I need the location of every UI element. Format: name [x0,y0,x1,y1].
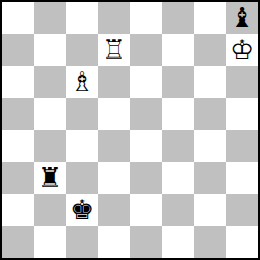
square-d6[interactable] [98,66,130,98]
white-king-piece[interactable]: ♔ [230,34,254,66]
white-bishop-piece[interactable]: ♗ [70,66,94,98]
square-c6[interactable]: ♗ [66,66,98,98]
black-rook-piece[interactable]: ♜ [38,162,62,194]
square-b2[interactable] [34,194,66,226]
square-g3[interactable] [194,162,226,194]
square-b5[interactable] [34,98,66,130]
square-e3[interactable] [130,162,162,194]
square-f3[interactable] [162,162,194,194]
square-d4[interactable] [98,130,130,162]
square-e4[interactable] [130,130,162,162]
square-a6[interactable] [2,66,34,98]
chess-board: ♝♖♔♗♜♚ [0,0,260,260]
square-d7[interactable]: ♖ [98,34,130,66]
square-f7[interactable] [162,34,194,66]
square-c1[interactable] [66,226,98,258]
square-b8[interactable] [34,2,66,34]
square-c4[interactable] [66,130,98,162]
square-e8[interactable] [130,2,162,34]
black-king-piece[interactable]: ♚ [70,194,94,226]
square-g7[interactable] [194,34,226,66]
square-b3[interactable]: ♜ [34,162,66,194]
square-c3[interactable] [66,162,98,194]
square-h4[interactable] [226,130,258,162]
square-e5[interactable] [130,98,162,130]
square-e2[interactable] [130,194,162,226]
square-d8[interactable] [98,2,130,34]
square-d1[interactable] [98,226,130,258]
square-h8[interactable]: ♝ [226,2,258,34]
square-a3[interactable] [2,162,34,194]
square-f6[interactable] [162,66,194,98]
square-a8[interactable] [2,2,34,34]
square-g1[interactable] [194,226,226,258]
square-a4[interactable] [2,130,34,162]
square-b7[interactable] [34,34,66,66]
square-d5[interactable] [98,98,130,130]
square-f4[interactable] [162,130,194,162]
square-f1[interactable] [162,226,194,258]
square-h6[interactable] [226,66,258,98]
square-g8[interactable] [194,2,226,34]
square-c2[interactable]: ♚ [66,194,98,226]
square-h5[interactable] [226,98,258,130]
square-a1[interactable] [2,226,34,258]
square-d2[interactable] [98,194,130,226]
square-c5[interactable] [66,98,98,130]
square-g5[interactable] [194,98,226,130]
square-b1[interactable] [34,226,66,258]
square-a5[interactable] [2,98,34,130]
square-g6[interactable] [194,66,226,98]
white-rook-piece[interactable]: ♖ [102,34,126,66]
square-f8[interactable] [162,2,194,34]
square-e6[interactable] [130,66,162,98]
black-bishop-piece[interactable]: ♝ [230,2,254,34]
square-c8[interactable] [66,2,98,34]
square-f2[interactable] [162,194,194,226]
square-h7[interactable]: ♔ [226,34,258,66]
square-g4[interactable] [194,130,226,162]
square-g2[interactable] [194,194,226,226]
square-h2[interactable] [226,194,258,226]
square-c7[interactable] [66,34,98,66]
square-a7[interactable] [2,34,34,66]
square-f5[interactable] [162,98,194,130]
square-b6[interactable] [34,66,66,98]
square-b4[interactable] [34,130,66,162]
square-a2[interactable] [2,194,34,226]
square-e7[interactable] [130,34,162,66]
square-e1[interactable] [130,226,162,258]
square-d3[interactable] [98,162,130,194]
square-h1[interactable] [226,226,258,258]
square-h3[interactable] [226,162,258,194]
